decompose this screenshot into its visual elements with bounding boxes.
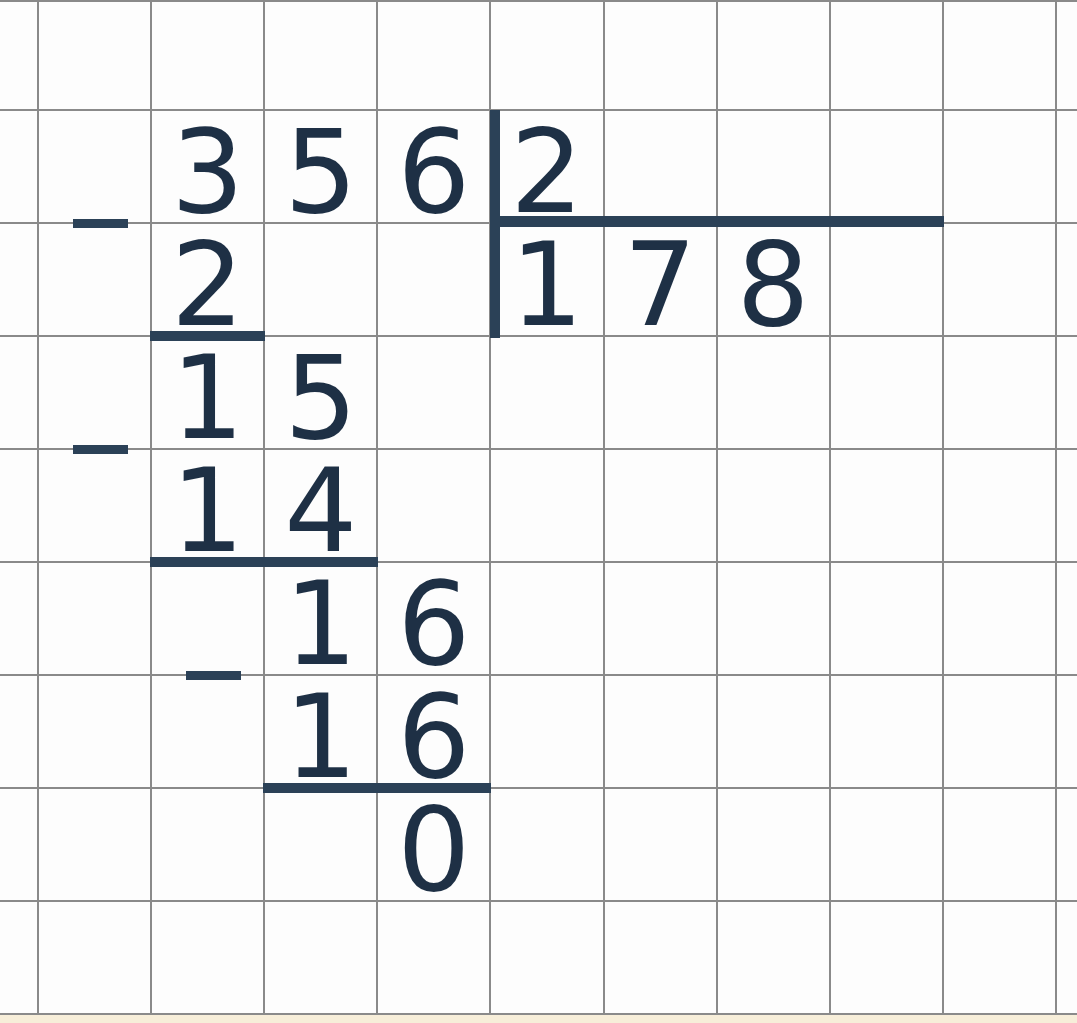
quotient-digit-r1c4: 1 [490,223,603,336]
quotient-digit-r1c6: 8 [717,223,830,336]
quotient-digit: 8 [737,218,810,352]
divisor-digit-r0c4: 2 [490,110,603,223]
work-digit: 1 [171,444,244,578]
work-digit-r2c2: 5 [264,336,377,449]
work-digit-r4c2: 1 [264,562,377,675]
work-digit-r5c3: 6 [377,675,490,788]
dividend-digit-r0c1: 3 [151,110,264,223]
work-digit-r3c2: 4 [264,449,377,562]
work-digit-r3c1: 1 [151,449,264,562]
dividend-digit-r0c3: 6 [377,110,490,223]
quotient-digit: 7 [623,218,696,352]
page-edge-strip [0,1015,1077,1023]
work-digit: 1 [284,670,357,804]
remainder-digit-r6c3: 0 [377,788,490,901]
graph-paper-sheet: 35622178151416160 [0,0,1077,1023]
work-digit-r1c1: 2 [151,223,264,336]
division-board: 35622178151416160 [38,110,1056,1014]
work-digit-r5c2: 1 [264,675,377,788]
work-digit-r2c1: 1 [151,336,264,449]
grid-hline [0,0,1077,2]
dividend-digit-r0c2: 5 [264,110,377,223]
dividend-digit: 6 [397,105,470,239]
dividend-digit: 5 [284,105,357,239]
work-digit-r4c3: 6 [377,562,490,675]
quotient-digit-r1c5: 7 [603,223,716,336]
remainder-digit: 0 [397,783,470,917]
quotient-digit: 1 [510,218,583,352]
